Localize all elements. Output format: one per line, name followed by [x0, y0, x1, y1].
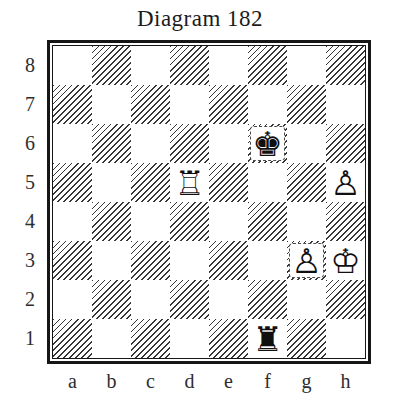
square-c2 — [131, 280, 170, 319]
rank-labels: 87654321 — [18, 46, 42, 358]
rank-label-4: 4 — [18, 202, 42, 241]
square-f2 — [248, 280, 287, 319]
file-label-d: d — [170, 368, 209, 394]
square-g2 — [287, 280, 326, 319]
square-g6 — [287, 124, 326, 163]
file-label-g: g — [287, 368, 326, 394]
square-b2 — [92, 280, 131, 319]
square-h6 — [326, 124, 365, 163]
square-c6 — [131, 124, 170, 163]
square-c5 — [131, 163, 170, 202]
square-b6 — [92, 124, 131, 163]
square-a8 — [53, 46, 92, 85]
square-e5 — [209, 163, 248, 202]
rank-label-3: 3 — [18, 241, 42, 280]
board-frame: ♚♖♙♙♔♜ — [47, 40, 371, 364]
square-a7 — [53, 85, 92, 124]
square-c8 — [131, 46, 170, 85]
square-g8 — [287, 46, 326, 85]
square-f3 — [248, 241, 287, 280]
square-c4 — [131, 202, 170, 241]
diagram-title: Diagram 182 — [0, 6, 400, 32]
square-a6 — [53, 124, 92, 163]
chess-board: ♚♖♙♙♔♜ — [52, 45, 366, 359]
square-e8 — [209, 46, 248, 85]
square-b7 — [92, 85, 131, 124]
square-f6: ♚ — [248, 124, 287, 163]
square-e7 — [209, 85, 248, 124]
square-a4 — [53, 202, 92, 241]
square-a2 — [53, 280, 92, 319]
rank-label-8: 8 — [18, 46, 42, 85]
square-d3 — [170, 241, 209, 280]
white-pawn: ♙ — [287, 241, 326, 280]
file-label-h: h — [326, 368, 365, 394]
square-g3: ♙ — [287, 241, 326, 280]
square-f8 — [248, 46, 287, 85]
square-b1 — [92, 319, 131, 358]
square-f1: ♜ — [248, 319, 287, 358]
rank-label-6: 6 — [18, 124, 42, 163]
rank-label-1: 1 — [18, 319, 42, 358]
square-e3 — [209, 241, 248, 280]
square-h5: ♙ — [326, 163, 365, 202]
square-d8 — [170, 46, 209, 85]
square-e1 — [209, 319, 248, 358]
file-label-c: c — [131, 368, 170, 394]
square-h4 — [326, 202, 365, 241]
file-labels: abcdefgh — [53, 368, 365, 394]
square-e4 — [209, 202, 248, 241]
square-c1 — [131, 319, 170, 358]
square-d1 — [170, 319, 209, 358]
square-d7 — [170, 85, 209, 124]
square-b8 — [92, 46, 131, 85]
white-pawn: ♙ — [326, 163, 365, 202]
square-g4 — [287, 202, 326, 241]
square-a5 — [53, 163, 92, 202]
square-f5 — [248, 163, 287, 202]
square-d4 — [170, 202, 209, 241]
white-king: ♔ — [326, 241, 365, 280]
square-a1 — [53, 319, 92, 358]
book-page: Diagram 182 87654321 ♚♖♙♙♔♜ abcdefgh — [0, 0, 400, 400]
square-h8 — [326, 46, 365, 85]
square-b3 — [92, 241, 131, 280]
square-e6 — [209, 124, 248, 163]
square-g5 — [287, 163, 326, 202]
square-d2 — [170, 280, 209, 319]
file-label-f: f — [248, 368, 287, 394]
rank-label-5: 5 — [18, 163, 42, 202]
square-d6 — [170, 124, 209, 163]
square-a3 — [53, 241, 92, 280]
square-g7 — [287, 85, 326, 124]
square-b4 — [92, 202, 131, 241]
square-c3 — [131, 241, 170, 280]
square-c7 — [131, 85, 170, 124]
square-b5 — [92, 163, 131, 202]
square-h3: ♔ — [326, 241, 365, 280]
square-h2 — [326, 280, 365, 319]
black-king: ♚ — [248, 124, 287, 163]
square-d5: ♖ — [170, 163, 209, 202]
square-g1 — [287, 319, 326, 358]
rank-label-7: 7 — [18, 85, 42, 124]
file-label-b: b — [92, 368, 131, 394]
square-h7 — [326, 85, 365, 124]
square-f7 — [248, 85, 287, 124]
black-rook: ♜ — [248, 319, 287, 358]
square-f4 — [248, 202, 287, 241]
square-e2 — [209, 280, 248, 319]
file-label-a: a — [53, 368, 92, 394]
white-rook: ♖ — [170, 163, 209, 202]
file-label-e: e — [209, 368, 248, 394]
square-h1 — [326, 319, 365, 358]
rank-label-2: 2 — [18, 280, 42, 319]
